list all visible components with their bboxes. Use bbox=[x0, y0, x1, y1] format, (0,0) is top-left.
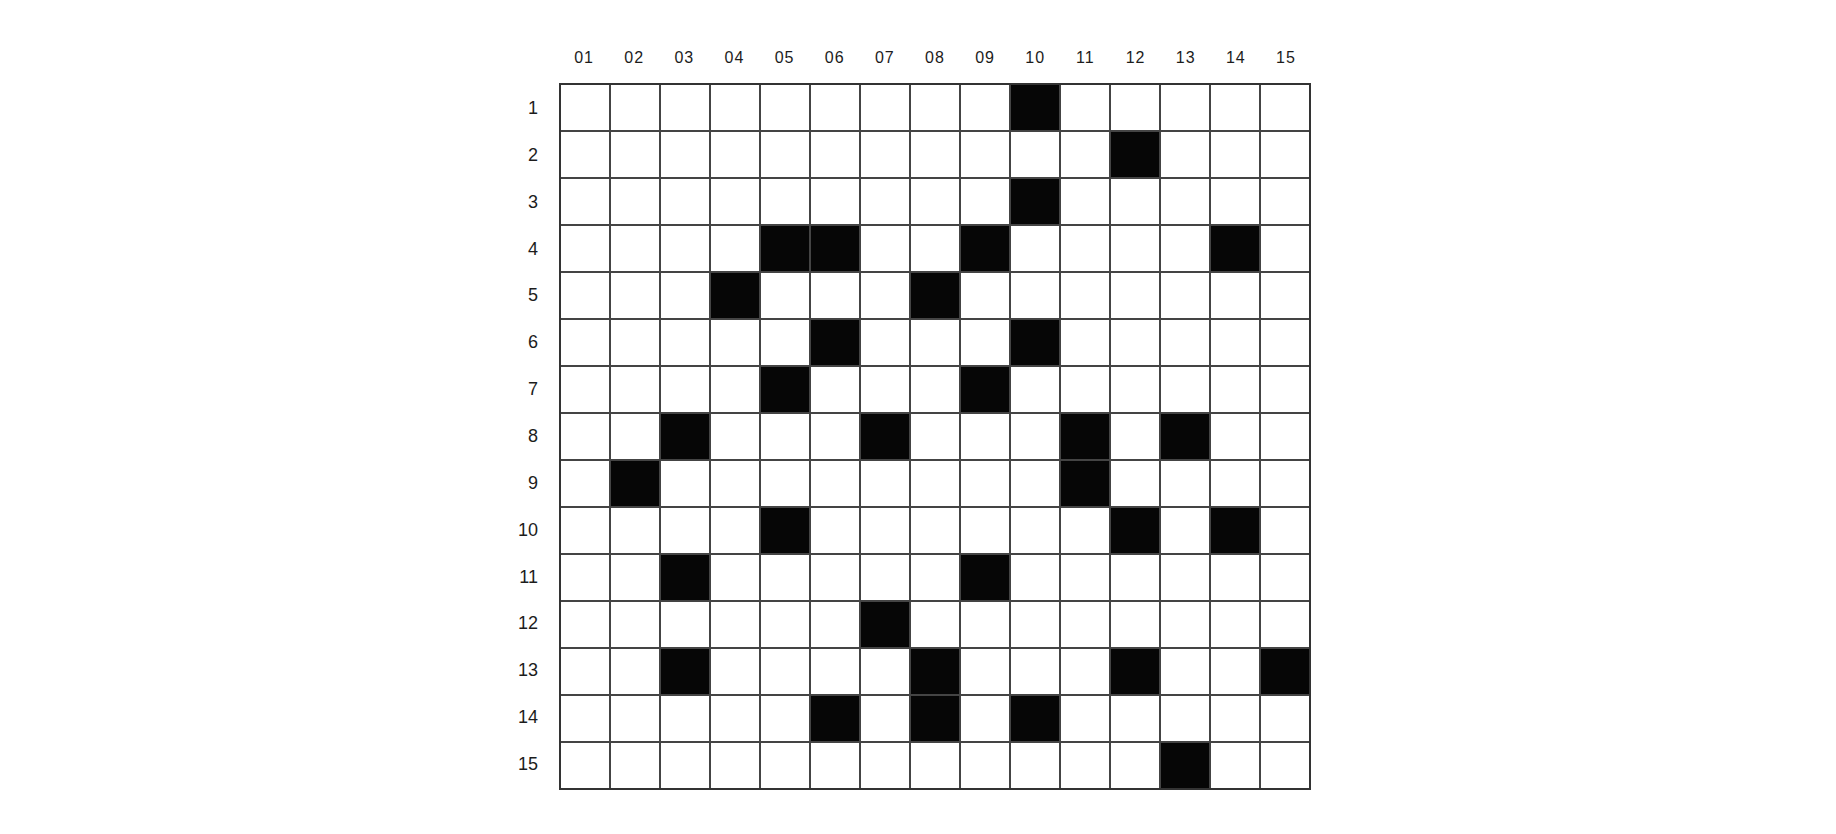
cell-r13-c14[interactable] bbox=[1211, 649, 1259, 694]
cell-r13-c1[interactable] bbox=[561, 649, 609, 694]
cell-r4-c7[interactable] bbox=[861, 226, 909, 271]
cell-r9-c11-blocked[interactable] bbox=[1061, 461, 1109, 506]
cell-r1-c10-blocked[interactable] bbox=[1011, 85, 1059, 130]
cell-r9-c7[interactable] bbox=[861, 461, 909, 506]
cell-r4-c1[interactable] bbox=[561, 226, 609, 271]
cell-r7-c15[interactable] bbox=[1261, 367, 1309, 412]
cell-r15-c8[interactable] bbox=[911, 743, 959, 788]
cell-r5-c1[interactable] bbox=[561, 273, 609, 318]
cell-r12-c11[interactable] bbox=[1061, 602, 1109, 647]
cell-r11-c10[interactable] bbox=[1011, 555, 1059, 600]
cell-r8-c13-blocked[interactable] bbox=[1161, 414, 1209, 459]
cell-r14-c2[interactable] bbox=[611, 696, 659, 741]
row-label-6: 6 bbox=[462, 319, 538, 366]
cell-r10-c1[interactable] bbox=[561, 508, 609, 553]
cell-r6-c7[interactable] bbox=[861, 320, 909, 365]
cell-r4-c4[interactable] bbox=[711, 226, 759, 271]
cell-r2-c4[interactable] bbox=[711, 132, 759, 177]
cell-r13-c7[interactable] bbox=[861, 649, 909, 694]
cell-r12-c10[interactable] bbox=[1011, 602, 1059, 647]
cell-r5-c14[interactable] bbox=[1211, 273, 1259, 318]
cell-r13-c10[interactable] bbox=[1011, 649, 1059, 694]
cell-r14-c11[interactable] bbox=[1061, 696, 1109, 741]
cell-r10-c15[interactable] bbox=[1261, 508, 1309, 553]
cell-r2-c15[interactable] bbox=[1261, 132, 1309, 177]
cell-r1-c8[interactable] bbox=[911, 85, 959, 130]
cell-r14-c7[interactable] bbox=[861, 696, 909, 741]
cell-r12-c14[interactable] bbox=[1211, 602, 1259, 647]
cell-r15-c5[interactable] bbox=[761, 743, 809, 788]
cell-r14-c10-blocked[interactable] bbox=[1011, 696, 1059, 741]
cell-r1-c1[interactable] bbox=[561, 85, 609, 130]
cell-r1-c9[interactable] bbox=[961, 85, 1009, 130]
col-label-08: 08 bbox=[910, 46, 960, 70]
cell-r3-c10-blocked[interactable] bbox=[1011, 179, 1059, 224]
cell-r15-c2[interactable] bbox=[611, 743, 659, 788]
cell-r9-c13[interactable] bbox=[1161, 461, 1209, 506]
cell-r7-c8[interactable] bbox=[911, 367, 959, 412]
col-label-07: 07 bbox=[860, 46, 910, 70]
cell-r15-c13-blocked[interactable] bbox=[1161, 743, 1209, 788]
cell-r10-c10[interactable] bbox=[1011, 508, 1059, 553]
cell-r14-c13[interactable] bbox=[1161, 696, 1209, 741]
cell-r1-c4[interactable] bbox=[711, 85, 759, 130]
cell-r12-c8[interactable] bbox=[911, 602, 959, 647]
cell-r1-c15[interactable] bbox=[1261, 85, 1309, 130]
cell-r5-c8-blocked[interactable] bbox=[911, 273, 959, 318]
cell-r13-c6[interactable] bbox=[811, 649, 859, 694]
row-label-3: 3 bbox=[462, 179, 538, 226]
cell-r7-c11[interactable] bbox=[1061, 367, 1109, 412]
cell-r3-c15[interactable] bbox=[1261, 179, 1309, 224]
cell-r3-c14[interactable] bbox=[1211, 179, 1259, 224]
cell-r13-c15-blocked[interactable] bbox=[1261, 649, 1309, 694]
row-label-8: 8 bbox=[462, 413, 538, 460]
cell-r1-c14[interactable] bbox=[1211, 85, 1259, 130]
cell-r6-c13[interactable] bbox=[1161, 320, 1209, 365]
cell-r3-c4[interactable] bbox=[711, 179, 759, 224]
cell-r11-c14[interactable] bbox=[1211, 555, 1259, 600]
cell-r15-c10[interactable] bbox=[1011, 743, 1059, 788]
cell-r15-c11[interactable] bbox=[1061, 743, 1109, 788]
cell-r8-c7-blocked[interactable] bbox=[861, 414, 909, 459]
cell-r14-c1[interactable] bbox=[561, 696, 609, 741]
cell-r12-c12[interactable] bbox=[1111, 602, 1159, 647]
cell-r14-c6-blocked[interactable] bbox=[811, 696, 859, 741]
cell-r8-c4[interactable] bbox=[711, 414, 759, 459]
cell-r8-c6[interactable] bbox=[811, 414, 859, 459]
cell-r5-c3[interactable] bbox=[661, 273, 709, 318]
cell-r3-c6[interactable] bbox=[811, 179, 859, 224]
cell-r9-c1[interactable] bbox=[561, 461, 609, 506]
cell-r15-c9[interactable] bbox=[961, 743, 1009, 788]
col-label-12: 12 bbox=[1110, 46, 1160, 70]
cell-r10-c9[interactable] bbox=[961, 508, 1009, 553]
cell-r2-c11[interactable] bbox=[1061, 132, 1109, 177]
cell-r4-c11[interactable] bbox=[1061, 226, 1109, 271]
cell-r15-c12[interactable] bbox=[1111, 743, 1159, 788]
cell-r5-c12[interactable] bbox=[1111, 273, 1159, 318]
row-label-4: 4 bbox=[462, 226, 538, 273]
cell-r4-c12[interactable] bbox=[1111, 226, 1159, 271]
cell-r3-c11[interactable] bbox=[1061, 179, 1109, 224]
cell-r11-c4[interactable] bbox=[711, 555, 759, 600]
row-label-12: 12 bbox=[462, 601, 538, 648]
cell-r12-c1[interactable] bbox=[561, 602, 609, 647]
cell-r11-c5[interactable] bbox=[761, 555, 809, 600]
cell-r7-c10[interactable] bbox=[1011, 367, 1059, 412]
cell-r10-c4[interactable] bbox=[711, 508, 759, 553]
cell-r11-c11[interactable] bbox=[1061, 555, 1109, 600]
cell-r11-c6[interactable] bbox=[811, 555, 859, 600]
cell-r15-c7[interactable] bbox=[861, 743, 909, 788]
cell-r3-c2[interactable] bbox=[611, 179, 659, 224]
cell-r6-c12[interactable] bbox=[1111, 320, 1159, 365]
cell-r13-c9[interactable] bbox=[961, 649, 1009, 694]
cell-r2-c2[interactable] bbox=[611, 132, 659, 177]
cell-r5-c5[interactable] bbox=[761, 273, 809, 318]
row-label-11: 11 bbox=[462, 554, 538, 601]
col-label-13: 13 bbox=[1161, 46, 1211, 70]
cell-r6-c15[interactable] bbox=[1261, 320, 1309, 365]
cell-r1-c13[interactable] bbox=[1161, 85, 1209, 130]
cell-r1-c5[interactable] bbox=[761, 85, 809, 130]
cell-r15-c14[interactable] bbox=[1211, 743, 1259, 788]
cell-r3-c5[interactable] bbox=[761, 179, 809, 224]
cell-r2-c14[interactable] bbox=[1211, 132, 1259, 177]
cell-r12-c2[interactable] bbox=[611, 602, 659, 647]
col-label-02: 02 bbox=[609, 46, 659, 70]
cell-r1-c3[interactable] bbox=[661, 85, 709, 130]
cell-r2-c7[interactable] bbox=[861, 132, 909, 177]
cell-r8-c14[interactable] bbox=[1211, 414, 1259, 459]
row-label-9: 9 bbox=[462, 460, 538, 507]
cell-r5-c10[interactable] bbox=[1011, 273, 1059, 318]
cell-r11-c8[interactable] bbox=[911, 555, 959, 600]
cell-r8-c8[interactable] bbox=[911, 414, 959, 459]
cell-r1-c11[interactable] bbox=[1061, 85, 1109, 130]
row-label-1: 1 bbox=[462, 85, 538, 132]
row-label-7: 7 bbox=[462, 366, 538, 413]
cell-r12-c13[interactable] bbox=[1161, 602, 1209, 647]
cell-r1-c7[interactable] bbox=[861, 85, 909, 130]
cell-r11-c2[interactable] bbox=[611, 555, 659, 600]
row-label-14: 14 bbox=[462, 694, 538, 741]
cell-r10-c8[interactable] bbox=[911, 508, 959, 553]
cell-r13-c3-blocked[interactable] bbox=[661, 649, 709, 694]
cell-r7-c4[interactable] bbox=[711, 367, 759, 412]
cell-r4-c5-blocked[interactable] bbox=[761, 226, 809, 271]
cell-r12-c3[interactable] bbox=[661, 602, 709, 647]
cell-r4-c14-blocked[interactable] bbox=[1211, 226, 1259, 271]
cell-r7-c13[interactable] bbox=[1161, 367, 1209, 412]
cell-r3-c12[interactable] bbox=[1111, 179, 1159, 224]
cell-r15-c4[interactable] bbox=[711, 743, 759, 788]
cell-r7-c7[interactable] bbox=[861, 367, 909, 412]
cell-r6-c8[interactable] bbox=[911, 320, 959, 365]
cell-r8-c5[interactable] bbox=[761, 414, 809, 459]
col-label-15: 15 bbox=[1261, 46, 1311, 70]
cell-r10-c6[interactable] bbox=[811, 508, 859, 553]
row-label-13: 13 bbox=[462, 647, 538, 694]
cell-r9-c14[interactable] bbox=[1211, 461, 1259, 506]
col-label-10: 10 bbox=[1010, 46, 1060, 70]
cell-r4-c6-blocked[interactable] bbox=[811, 226, 859, 271]
column-header-row: 010203040506070809101112131415 bbox=[559, 46, 1311, 70]
cell-r12-c4[interactable] bbox=[711, 602, 759, 647]
cell-r12-c5[interactable] bbox=[761, 602, 809, 647]
cell-r1-c6[interactable] bbox=[811, 85, 859, 130]
cell-r2-c12-blocked[interactable] bbox=[1111, 132, 1159, 177]
cell-r8-c12[interactable] bbox=[1111, 414, 1159, 459]
cell-r15-c3[interactable] bbox=[661, 743, 709, 788]
cell-r11-c1[interactable] bbox=[561, 555, 609, 600]
cell-r7-c12[interactable] bbox=[1111, 367, 1159, 412]
cell-r8-c10[interactable] bbox=[1011, 414, 1059, 459]
cell-r8-c11-blocked[interactable] bbox=[1061, 414, 1109, 459]
cell-r6-c14[interactable] bbox=[1211, 320, 1259, 365]
cell-r5-c4-blocked[interactable] bbox=[711, 273, 759, 318]
cell-r2-c9[interactable] bbox=[961, 132, 1009, 177]
cell-r5-c11[interactable] bbox=[1061, 273, 1109, 318]
col-label-09: 09 bbox=[960, 46, 1010, 70]
cell-r5-c6[interactable] bbox=[811, 273, 859, 318]
cell-r6-c11[interactable] bbox=[1061, 320, 1109, 365]
cell-r15-c6[interactable] bbox=[811, 743, 859, 788]
cell-r11-c3-blocked[interactable] bbox=[661, 555, 709, 600]
cell-r4-c8[interactable] bbox=[911, 226, 959, 271]
col-label-03: 03 bbox=[659, 46, 709, 70]
cell-r5-c9[interactable] bbox=[961, 273, 1009, 318]
col-label-11: 11 bbox=[1060, 46, 1110, 70]
cell-r14-c3[interactable] bbox=[661, 696, 709, 741]
cell-r1-c2[interactable] bbox=[611, 85, 659, 130]
cell-r6-c10-blocked[interactable] bbox=[1011, 320, 1059, 365]
cell-r9-c12[interactable] bbox=[1111, 461, 1159, 506]
cell-r4-c10[interactable] bbox=[1011, 226, 1059, 271]
cell-r7-c9-blocked[interactable] bbox=[961, 367, 1009, 412]
cell-r13-c5[interactable] bbox=[761, 649, 809, 694]
cell-r14-c15[interactable] bbox=[1261, 696, 1309, 741]
row-label-2: 2 bbox=[462, 132, 538, 179]
cell-r12-c15[interactable] bbox=[1261, 602, 1309, 647]
cell-r6-c4[interactable] bbox=[711, 320, 759, 365]
cell-r8-c15[interactable] bbox=[1261, 414, 1309, 459]
cell-r2-c10[interactable] bbox=[1011, 132, 1059, 177]
cell-r10-c7[interactable] bbox=[861, 508, 909, 553]
cell-r14-c9[interactable] bbox=[961, 696, 1009, 741]
cell-r7-c5-blocked[interactable] bbox=[761, 367, 809, 412]
cell-r10-c2[interactable] bbox=[611, 508, 659, 553]
cell-r3-c1[interactable] bbox=[561, 179, 609, 224]
cell-r14-c4[interactable] bbox=[711, 696, 759, 741]
cell-r10-c12-blocked[interactable] bbox=[1111, 508, 1159, 553]
cell-r11-c13[interactable] bbox=[1161, 555, 1209, 600]
cell-r7-c1[interactable] bbox=[561, 367, 609, 412]
cell-r6-c5[interactable] bbox=[761, 320, 809, 365]
row-label-15: 15 bbox=[462, 741, 538, 788]
cell-r3-c7[interactable] bbox=[861, 179, 909, 224]
cell-r4-c2[interactable] bbox=[611, 226, 659, 271]
cell-r5-c15[interactable] bbox=[1261, 273, 1309, 318]
cell-r13-c4[interactable] bbox=[711, 649, 759, 694]
cell-r4-c15[interactable] bbox=[1261, 226, 1309, 271]
cell-r6-c2[interactable] bbox=[611, 320, 659, 365]
cell-r6-c6-blocked[interactable] bbox=[811, 320, 859, 365]
cell-r13-c12-blocked[interactable] bbox=[1111, 649, 1159, 694]
cell-r10-c11[interactable] bbox=[1061, 508, 1109, 553]
col-label-04: 04 bbox=[709, 46, 759, 70]
cell-r8-c1[interactable] bbox=[561, 414, 609, 459]
cell-r11-c9-blocked[interactable] bbox=[961, 555, 1009, 600]
cell-r2-c13[interactable] bbox=[1161, 132, 1209, 177]
cell-r9-c3[interactable] bbox=[661, 461, 709, 506]
cell-r11-c12[interactable] bbox=[1111, 555, 1159, 600]
col-label-05: 05 bbox=[760, 46, 810, 70]
cell-r13-c11[interactable] bbox=[1061, 649, 1109, 694]
cell-r13-c8-blocked[interactable] bbox=[911, 649, 959, 694]
cell-r12-c7-blocked[interactable] bbox=[861, 602, 909, 647]
cell-r7-c3[interactable] bbox=[661, 367, 709, 412]
cell-r14-c14[interactable] bbox=[1211, 696, 1259, 741]
cell-r14-c5[interactable] bbox=[761, 696, 809, 741]
cell-r4-c13[interactable] bbox=[1161, 226, 1209, 271]
cell-r8-c2[interactable] bbox=[611, 414, 659, 459]
cell-r5-c13[interactable] bbox=[1161, 273, 1209, 318]
cell-r5-c2[interactable] bbox=[611, 273, 659, 318]
cell-r10-c5-blocked[interactable] bbox=[761, 508, 809, 553]
cell-r11-c15[interactable] bbox=[1261, 555, 1309, 600]
cell-r12-c9[interactable] bbox=[961, 602, 1009, 647]
cell-r14-c12[interactable] bbox=[1111, 696, 1159, 741]
cell-r9-c2-blocked[interactable] bbox=[611, 461, 659, 506]
col-label-06: 06 bbox=[810, 46, 860, 70]
cell-r9-c4[interactable] bbox=[711, 461, 759, 506]
page: 010203040506070809101112131415 123456789… bbox=[0, 0, 1836, 834]
cell-r3-c8[interactable] bbox=[911, 179, 959, 224]
cell-r10-c14-blocked[interactable] bbox=[1211, 508, 1259, 553]
cell-r8-c3-blocked[interactable] bbox=[661, 414, 709, 459]
cell-r11-c7[interactable] bbox=[861, 555, 909, 600]
cell-r7-c6[interactable] bbox=[811, 367, 859, 412]
cell-r9-c9[interactable] bbox=[961, 461, 1009, 506]
cell-r13-c13[interactable] bbox=[1161, 649, 1209, 694]
cell-r6-c9[interactable] bbox=[961, 320, 1009, 365]
cell-r5-c7[interactable] bbox=[861, 273, 909, 318]
puzzle-grid bbox=[559, 83, 1311, 790]
cell-r13-c2[interactable] bbox=[611, 649, 659, 694]
cell-r2-c6[interactable] bbox=[811, 132, 859, 177]
cell-r10-c3[interactable] bbox=[661, 508, 709, 553]
cell-r9-c15[interactable] bbox=[1261, 461, 1309, 506]
cell-r3-c9[interactable] bbox=[961, 179, 1009, 224]
cell-r3-c3[interactable] bbox=[661, 179, 709, 224]
cell-r14-c8-blocked[interactable] bbox=[911, 696, 959, 741]
cell-r7-c14[interactable] bbox=[1211, 367, 1259, 412]
row-label-5: 5 bbox=[462, 272, 538, 319]
cell-r2-c1[interactable] bbox=[561, 132, 609, 177]
cell-r6-c3[interactable] bbox=[661, 320, 709, 365]
cell-r6-c1[interactable] bbox=[561, 320, 609, 365]
cell-r3-c13[interactable] bbox=[1161, 179, 1209, 224]
row-label-column: 123456789101112131415 bbox=[462, 85, 538, 788]
col-label-14: 14 bbox=[1211, 46, 1261, 70]
cell-r15-c15[interactable] bbox=[1261, 743, 1309, 788]
cell-r4-c9-blocked[interactable] bbox=[961, 226, 1009, 271]
row-label-10: 10 bbox=[462, 507, 538, 554]
cell-r9-c6[interactable] bbox=[811, 461, 859, 506]
cell-r2-c8[interactable] bbox=[911, 132, 959, 177]
cell-r1-c12[interactable] bbox=[1111, 85, 1159, 130]
cell-r12-c6[interactable] bbox=[811, 602, 859, 647]
cell-r2-c3[interactable] bbox=[661, 132, 709, 177]
cell-r9-c5[interactable] bbox=[761, 461, 809, 506]
cell-r15-c1[interactable] bbox=[561, 743, 609, 788]
cell-r7-c2[interactable] bbox=[611, 367, 659, 412]
cell-r9-c8[interactable] bbox=[911, 461, 959, 506]
cell-r8-c9[interactable] bbox=[961, 414, 1009, 459]
cell-r4-c3[interactable] bbox=[661, 226, 709, 271]
cell-r10-c13[interactable] bbox=[1161, 508, 1209, 553]
col-label-01: 01 bbox=[559, 46, 609, 70]
cell-r9-c10[interactable] bbox=[1011, 461, 1059, 506]
cell-r2-c5[interactable] bbox=[761, 132, 809, 177]
